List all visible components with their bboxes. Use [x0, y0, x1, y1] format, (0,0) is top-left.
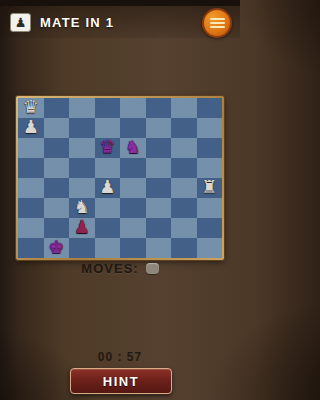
piece-white-rook: ♜ — [201, 178, 217, 196]
piece-black-king: ♚ — [48, 238, 64, 256]
board-square[interactable]: ♟ — [69, 218, 95, 238]
board-square[interactable] — [120, 178, 146, 198]
board-square[interactable] — [146, 118, 172, 138]
board-square[interactable] — [120, 218, 146, 238]
board-square[interactable] — [69, 178, 95, 198]
board-square[interactable] — [44, 98, 70, 118]
board-square[interactable] — [44, 118, 70, 138]
piece-black-knight: ♞ — [125, 138, 141, 156]
board-square[interactable] — [44, 138, 70, 158]
piece-white-pawn: ♟ — [99, 178, 115, 196]
board-square[interactable] — [171, 98, 197, 118]
piece-white-knight: ♞ — [74, 198, 90, 216]
piece-black-queen: ♛ — [99, 138, 115, 156]
chess-piece-icon: ♟ — [10, 13, 31, 32]
board-square[interactable] — [44, 218, 70, 238]
board-square[interactable] — [120, 238, 146, 258]
board-square[interactable] — [197, 238, 223, 258]
board-square[interactable] — [197, 138, 223, 158]
board-square[interactable] — [18, 218, 44, 238]
piece-white-queen: ♛ — [23, 98, 39, 116]
board-square[interactable] — [171, 178, 197, 198]
board-square[interactable] — [18, 238, 44, 258]
board-square[interactable] — [95, 158, 121, 178]
board-square[interactable] — [120, 98, 146, 118]
board-square[interactable]: ♞ — [120, 138, 146, 158]
board-square[interactable]: ♟ — [18, 118, 44, 138]
board-square[interactable] — [171, 238, 197, 258]
board-square[interactable] — [146, 158, 172, 178]
moves-count-badge — [146, 263, 159, 274]
board-square[interactable] — [171, 118, 197, 138]
board-square[interactable]: ♛ — [95, 138, 121, 158]
board-square[interactable] — [18, 158, 44, 178]
board-square[interactable] — [18, 138, 44, 158]
board-square[interactable] — [95, 98, 121, 118]
board-square[interactable] — [197, 98, 223, 118]
mate-in-1-app: { "game": "chess", "position": { "fen": … — [0, 0, 240, 400]
board-square[interactable] — [120, 118, 146, 138]
piece-white-pawn: ♟ — [23, 118, 39, 136]
board-square[interactable] — [146, 138, 172, 158]
page-title: MATE IN 1 — [40, 15, 114, 30]
board-square[interactable] — [171, 218, 197, 238]
board-square[interactable] — [69, 118, 95, 138]
board-square[interactable] — [95, 238, 121, 258]
board-square[interactable] — [44, 158, 70, 178]
board-square[interactable] — [171, 198, 197, 218]
board-square[interactable]: ♚ — [44, 238, 70, 258]
list-menu-icon — [210, 18, 225, 28]
board-square[interactable] — [146, 238, 172, 258]
menu-button[interactable] — [202, 8, 232, 38]
piece-black-pawn: ♟ — [74, 218, 90, 236]
board-square[interactable] — [146, 98, 172, 118]
board-square[interactable] — [44, 198, 70, 218]
board-square[interactable] — [120, 198, 146, 218]
board-square[interactable] — [18, 178, 44, 198]
board-square[interactable] — [120, 158, 146, 178]
timer: 00 : 57 — [0, 350, 240, 364]
board-square[interactable] — [69, 238, 95, 258]
board-square[interactable] — [95, 198, 121, 218]
header-bar: ♟ MATE IN 1 — [0, 6, 240, 38]
hint-button[interactable]: HINT — [70, 368, 172, 394]
board-square[interactable] — [171, 138, 197, 158]
board-square[interactable] — [197, 198, 223, 218]
board-square[interactable] — [146, 218, 172, 238]
moves-row: MOVES: — [0, 259, 240, 277]
board-square[interactable]: ♛ — [18, 98, 44, 118]
board-square[interactable] — [197, 218, 223, 238]
board-square[interactable] — [69, 98, 95, 118]
pawn-glyph: ♟ — [15, 16, 27, 29]
board-square[interactable] — [69, 158, 95, 178]
moves-label: MOVES: — [81, 261, 138, 276]
board-square[interactable] — [95, 118, 121, 138]
board-square[interactable] — [146, 198, 172, 218]
board-square[interactable]: ♞ — [69, 198, 95, 218]
board-square[interactable] — [95, 218, 121, 238]
board-frame: ♛♟♛♞♟♜♞♟♚ — [16, 96, 224, 260]
board-square[interactable] — [197, 158, 223, 178]
board-square[interactable] — [44, 178, 70, 198]
board-square[interactable] — [146, 178, 172, 198]
board-square[interactable] — [18, 198, 44, 218]
board-square[interactable]: ♜ — [197, 178, 223, 198]
board-square[interactable] — [171, 158, 197, 178]
board-square[interactable] — [197, 118, 223, 138]
board-square[interactable] — [69, 138, 95, 158]
chess-board[interactable]: ♛♟♛♞♟♜♞♟♚ — [18, 98, 222, 258]
board-square[interactable]: ♟ — [95, 178, 121, 198]
